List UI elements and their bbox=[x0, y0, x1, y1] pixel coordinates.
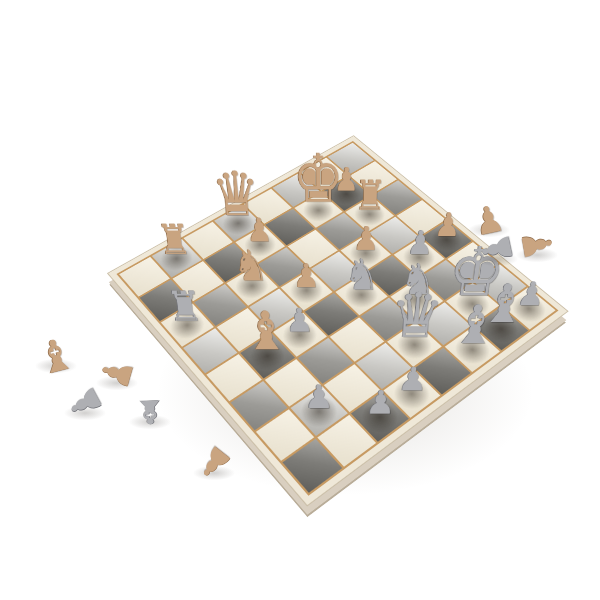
wood-pawn-d4: ♟ bbox=[292, 258, 319, 291]
wood-knight-c3: ♞ bbox=[232, 244, 270, 287]
piece-shadow bbox=[216, 206, 261, 239]
scene-3d: ♟♟♟♜♟♚♝♚♟♞♝♞♛♛♟♟♟♞♟♟♜♝♟♜ bbox=[0, 0, 600, 600]
wood-bishop-e2: ♝ bbox=[242, 304, 290, 357]
piece-shadow bbox=[154, 240, 200, 275]
perspective-wrapper: ♟♟♟♜♟♚♝♚♟♞♝♞♛♛♟♟♟♞♟♟♜♝♟♜ bbox=[0, 0, 600, 600]
square-b7: ♟ bbox=[323, 177, 371, 211]
silver-rook-c1: ♜ bbox=[165, 285, 205, 326]
silver-pawn-h4: ♟ bbox=[397, 362, 429, 395]
chess-product-photo: ♟♟♟♜♟♚♝♚♟♞♝♞♛♛♟♟♟♞♟♟♜♝♟♜ ♝♟♟♝♟♟♟♟ bbox=[0, 0, 600, 600]
square-b8 bbox=[350, 161, 397, 194]
board-grid: ♟♟♟♜♟♚♝♚♟♞♝♞♛♛♟♟♟♞♟♟♜♝♟♜ bbox=[116, 141, 558, 496]
square-a6 bbox=[273, 173, 320, 207]
piece-shadow bbox=[324, 178, 368, 209]
square-b6: ♚ bbox=[294, 192, 342, 227]
silver-pawn-e3: ♟ bbox=[285, 303, 314, 336]
square-a4: ♛ bbox=[214, 205, 263, 241]
wood-queen-a4: ♛ bbox=[210, 163, 261, 224]
wood-rook-c7: ♜ bbox=[354, 174, 387, 215]
square-d8 bbox=[397, 200, 446, 236]
piece-shadow bbox=[296, 194, 340, 226]
wood-king-b6: ♚ bbox=[292, 144, 344, 211]
square-c7: ♜ bbox=[345, 196, 394, 232]
square-a2: ♜ bbox=[152, 239, 202, 278]
square-b5 bbox=[265, 209, 314, 245]
square-a1 bbox=[119, 257, 170, 297]
silver-knight-e5: ♞ bbox=[344, 253, 381, 296]
silver-queen-g5: ♛ bbox=[389, 284, 447, 346]
square-a7 bbox=[301, 158, 348, 191]
square-a3 bbox=[183, 222, 232, 259]
square-d7 bbox=[369, 217, 419, 254]
piece-shadow bbox=[347, 198, 392, 231]
square-c6 bbox=[317, 213, 366, 250]
wood-pawn-b7: ♟ bbox=[334, 162, 359, 195]
square-c8 bbox=[373, 180, 421, 214]
square-a8 bbox=[328, 143, 374, 175]
silver-pawn-h3: ♟ bbox=[365, 385, 397, 417]
square-a5 bbox=[244, 189, 292, 224]
wood-rook-a2: ♜ bbox=[155, 218, 193, 259]
silver-pawn-g2: ♟ bbox=[304, 380, 334, 412]
chess-board: ♟♟♟♜♟♚♝♚♟♞♝♞♛♛♟♟♟♞♟♟♜♝♟♜ bbox=[107, 135, 569, 506]
silver-bishop-h6: ♝ bbox=[450, 298, 503, 351]
